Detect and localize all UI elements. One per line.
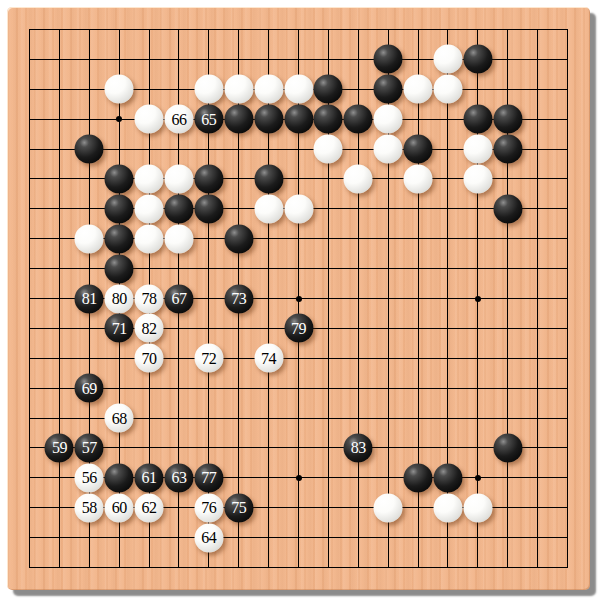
move-number-label: 66 xyxy=(171,111,186,127)
go-board[interactable]: 6665818078677371827970727469685957835661… xyxy=(7,7,590,590)
move-number-label: 59 xyxy=(52,440,67,456)
stone-white-P18[interactable] xyxy=(433,45,462,74)
stone-white-J17[interactable] xyxy=(254,75,283,104)
stone-black-L17[interactable] xyxy=(314,75,343,104)
stone-black-H12[interactable] xyxy=(224,224,253,253)
stone-white-P3[interactable] xyxy=(433,493,462,522)
move-number-label: 83 xyxy=(351,440,366,456)
grid-line-horizontal xyxy=(29,567,568,568)
stone-black-C15[interactable] xyxy=(75,135,104,164)
stone-black-M5-move-83[interactable]: 83 xyxy=(344,433,373,462)
stone-black-Q16[interactable] xyxy=(463,105,492,134)
stone-black-R16[interactable] xyxy=(493,105,522,134)
stone-white-J8-move-74[interactable]: 74 xyxy=(254,344,283,373)
stone-white-P17[interactable] xyxy=(433,75,462,104)
stone-black-H16[interactable] xyxy=(224,105,253,134)
stone-white-C4-move-56[interactable]: 56 xyxy=(75,463,104,492)
stone-black-J16[interactable] xyxy=(254,105,283,134)
grid-line-vertical xyxy=(567,29,568,568)
star-point-Q4 xyxy=(475,475,481,481)
stone-white-E12[interactable] xyxy=(135,224,164,253)
stone-white-K17[interactable] xyxy=(284,75,313,104)
stone-white-F12[interactable] xyxy=(164,224,193,253)
stone-white-G2-move-64[interactable]: 64 xyxy=(194,523,223,552)
stone-black-H3-move-75[interactable]: 75 xyxy=(224,493,253,522)
move-number-label: 73 xyxy=(231,291,246,307)
stone-black-C7-move-69[interactable]: 69 xyxy=(75,374,104,403)
stone-white-Q15[interactable] xyxy=(463,135,492,164)
move-number-label: 64 xyxy=(201,530,216,546)
stone-black-D13[interactable] xyxy=(105,194,134,223)
stone-black-N18[interactable] xyxy=(374,45,403,74)
stone-white-D6-move-68[interactable]: 68 xyxy=(105,404,134,433)
star-point-K4 xyxy=(296,475,302,481)
page: 6665818078677371827970727469685957835661… xyxy=(0,0,600,600)
stone-white-N15[interactable] xyxy=(374,135,403,164)
stone-white-E16[interactable] xyxy=(135,105,164,134)
stone-black-C10-move-81[interactable]: 81 xyxy=(75,284,104,313)
grid-line-horizontal xyxy=(29,447,568,448)
stone-white-N16[interactable] xyxy=(374,105,403,134)
stone-white-E3-move-62[interactable]: 62 xyxy=(135,493,164,522)
stone-white-J13[interactable] xyxy=(254,194,283,223)
stone-white-K13[interactable] xyxy=(284,194,313,223)
stone-white-E10-move-78[interactable]: 78 xyxy=(135,284,164,313)
stone-white-F14[interactable] xyxy=(164,164,193,193)
stone-white-G3-move-76[interactable]: 76 xyxy=(194,493,223,522)
move-number-label: 60 xyxy=(112,500,127,516)
stone-white-E8-move-70[interactable]: 70 xyxy=(135,344,164,373)
stone-black-G14[interactable] xyxy=(194,164,223,193)
stone-white-Q14[interactable] xyxy=(463,164,492,193)
move-number-label: 74 xyxy=(261,350,276,366)
stone-black-G4-move-77[interactable]: 77 xyxy=(194,463,223,492)
stone-black-B5-move-59[interactable]: 59 xyxy=(45,433,74,462)
stone-white-L15[interactable] xyxy=(314,135,343,164)
stone-white-E13[interactable] xyxy=(135,194,164,223)
stone-white-Q3[interactable] xyxy=(463,493,492,522)
stone-white-G17[interactable] xyxy=(194,75,223,104)
stone-black-G13[interactable] xyxy=(194,194,223,223)
stone-black-C5-move-57[interactable]: 57 xyxy=(75,433,104,462)
star-point-K10 xyxy=(296,296,302,302)
stone-white-D17[interactable] xyxy=(105,75,134,104)
move-number-label: 77 xyxy=(201,470,216,486)
stone-white-G8-move-72[interactable]: 72 xyxy=(194,344,223,373)
stone-black-F13[interactable] xyxy=(164,194,193,223)
grid-line-vertical xyxy=(537,29,538,568)
stone-white-F16-move-66[interactable]: 66 xyxy=(164,105,193,134)
move-number-label: 68 xyxy=(112,410,127,426)
move-number-label: 56 xyxy=(82,470,97,486)
stone-black-P4[interactable] xyxy=(433,463,462,492)
stone-black-J14[interactable] xyxy=(254,164,283,193)
stone-black-L16[interactable] xyxy=(314,105,343,134)
move-number-label: 80 xyxy=(112,291,127,307)
move-number-label: 75 xyxy=(231,500,246,516)
move-number-label: 72 xyxy=(201,350,216,366)
stone-white-D3-move-60[interactable]: 60 xyxy=(105,493,134,522)
stone-black-R5[interactable] xyxy=(493,433,522,462)
stone-black-E4-move-61[interactable]: 61 xyxy=(135,463,164,492)
stone-black-D14[interactable] xyxy=(105,164,134,193)
stone-black-F4-move-63[interactable]: 63 xyxy=(164,463,193,492)
stone-black-G16-move-65[interactable]: 65 xyxy=(194,105,223,134)
stone-white-C3-move-58[interactable]: 58 xyxy=(75,493,104,522)
stone-white-E14[interactable] xyxy=(135,164,164,193)
stone-black-H10-move-73[interactable]: 73 xyxy=(224,284,253,313)
stone-black-Q18[interactable] xyxy=(463,45,492,74)
move-number-label: 57 xyxy=(82,440,97,456)
move-number-label: 69 xyxy=(82,380,97,396)
move-number-label: 70 xyxy=(142,350,157,366)
stone-black-K9-move-79[interactable]: 79 xyxy=(284,314,313,343)
stone-white-H17[interactable] xyxy=(224,75,253,104)
stone-black-K16[interactable] xyxy=(284,105,313,134)
move-number-label: 78 xyxy=(142,291,157,307)
grid-line-horizontal xyxy=(29,537,568,538)
move-number-label: 76 xyxy=(201,500,216,516)
move-number-label: 63 xyxy=(171,470,186,486)
move-number-label: 82 xyxy=(142,320,157,336)
stone-white-N3[interactable] xyxy=(374,493,403,522)
stone-white-D10-move-80[interactable]: 80 xyxy=(105,284,134,313)
move-number-label: 61 xyxy=(142,470,157,486)
stone-black-D12[interactable] xyxy=(105,224,134,253)
move-number-label: 79 xyxy=(291,320,306,336)
grid-line-horizontal xyxy=(29,388,568,389)
stone-black-O4[interactable] xyxy=(404,463,433,492)
stone-white-M14[interactable] xyxy=(344,164,373,193)
move-number-label: 81 xyxy=(82,291,97,307)
star-point-Q10 xyxy=(475,296,481,302)
stone-black-F10-move-67[interactable]: 67 xyxy=(164,284,193,313)
move-number-label: 67 xyxy=(171,291,186,307)
move-number-label: 62 xyxy=(142,500,157,516)
stone-black-D9-move-71[interactable]: 71 xyxy=(105,314,134,343)
stone-black-M16[interactable] xyxy=(344,105,373,134)
stone-black-R15[interactable] xyxy=(493,135,522,164)
stone-white-C12[interactable] xyxy=(75,224,104,253)
grid-line-horizontal xyxy=(29,358,568,359)
stone-white-E9-move-82[interactable]: 82 xyxy=(135,314,164,343)
move-number-label: 71 xyxy=(112,320,127,336)
move-number-label: 65 xyxy=(201,111,216,127)
stone-black-D11[interactable] xyxy=(105,254,134,283)
stone-black-N17[interactable] xyxy=(374,75,403,104)
stone-black-R13[interactable] xyxy=(493,194,522,223)
star-point-D16 xyxy=(116,116,122,122)
stone-white-O17[interactable] xyxy=(404,75,433,104)
move-number-label: 58 xyxy=(82,500,97,516)
stone-black-D4[interactable] xyxy=(105,463,134,492)
stone-black-O15[interactable] xyxy=(404,135,433,164)
stone-white-O14[interactable] xyxy=(404,164,433,193)
